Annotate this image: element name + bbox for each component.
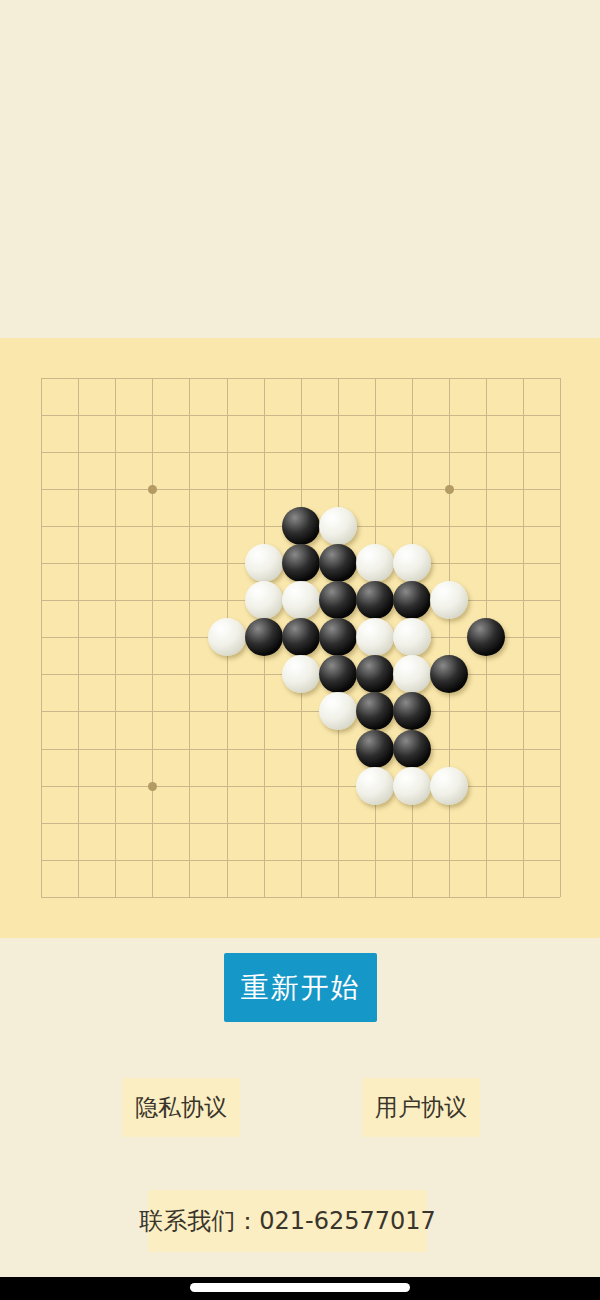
stone-white bbox=[393, 618, 431, 656]
grid-line-horizontal bbox=[41, 711, 560, 712]
grid-line-horizontal bbox=[41, 860, 560, 861]
stone-white bbox=[356, 544, 394, 582]
grid-line-horizontal bbox=[41, 897, 560, 898]
star-point bbox=[445, 485, 454, 494]
stone-white bbox=[319, 692, 357, 730]
stone-white bbox=[282, 581, 320, 619]
stone-black bbox=[356, 730, 394, 768]
grid-line-horizontal bbox=[41, 823, 560, 824]
stone-white bbox=[319, 507, 357, 545]
restart-button[interactable]: 重新开始 bbox=[224, 953, 377, 1022]
stone-white bbox=[393, 544, 431, 582]
stone-white bbox=[282, 655, 320, 693]
stone-black bbox=[356, 692, 394, 730]
stone-white bbox=[430, 767, 468, 805]
stone-black bbox=[282, 507, 320, 545]
stone-black bbox=[356, 581, 394, 619]
grid-line-vertical bbox=[523, 378, 524, 897]
stone-black bbox=[319, 544, 357, 582]
stone-black bbox=[319, 655, 357, 693]
stone-black bbox=[430, 655, 468, 693]
stone-white bbox=[393, 655, 431, 693]
stone-white bbox=[245, 544, 283, 582]
app-screen: 重新开始 隐私协议 用户协议 联系我们：021-62577017 bbox=[0, 0, 600, 1300]
home-indicator[interactable] bbox=[190, 1283, 410, 1292]
grid-line-vertical bbox=[449, 378, 450, 897]
stone-black bbox=[467, 618, 505, 656]
stone-white bbox=[208, 618, 246, 656]
stone-black bbox=[282, 618, 320, 656]
stone-white bbox=[245, 581, 283, 619]
contact-info-bar: 联系我们：021-62577017 bbox=[148, 1190, 427, 1252]
grid-line-horizontal bbox=[41, 786, 560, 787]
system-navigation-bar bbox=[0, 1277, 600, 1300]
stone-black bbox=[319, 618, 357, 656]
stone-black bbox=[282, 544, 320, 582]
privacy-policy-button[interactable]: 隐私协议 bbox=[122, 1078, 240, 1137]
stone-white bbox=[356, 767, 394, 805]
stone-black bbox=[356, 655, 394, 693]
user-agreement-button[interactable]: 用户协议 bbox=[362, 1078, 480, 1137]
star-point bbox=[148, 782, 157, 791]
stone-black bbox=[393, 730, 431, 768]
stone-black bbox=[393, 581, 431, 619]
stone-black bbox=[319, 581, 357, 619]
stone-white bbox=[356, 618, 394, 656]
grid-line-vertical bbox=[560, 378, 561, 897]
stone-white bbox=[430, 581, 468, 619]
stone-white bbox=[393, 767, 431, 805]
stone-black bbox=[393, 692, 431, 730]
star-point bbox=[148, 485, 157, 494]
gomoku-board[interactable] bbox=[0, 338, 600, 938]
stone-black bbox=[245, 618, 283, 656]
grid-line-horizontal bbox=[41, 749, 560, 750]
